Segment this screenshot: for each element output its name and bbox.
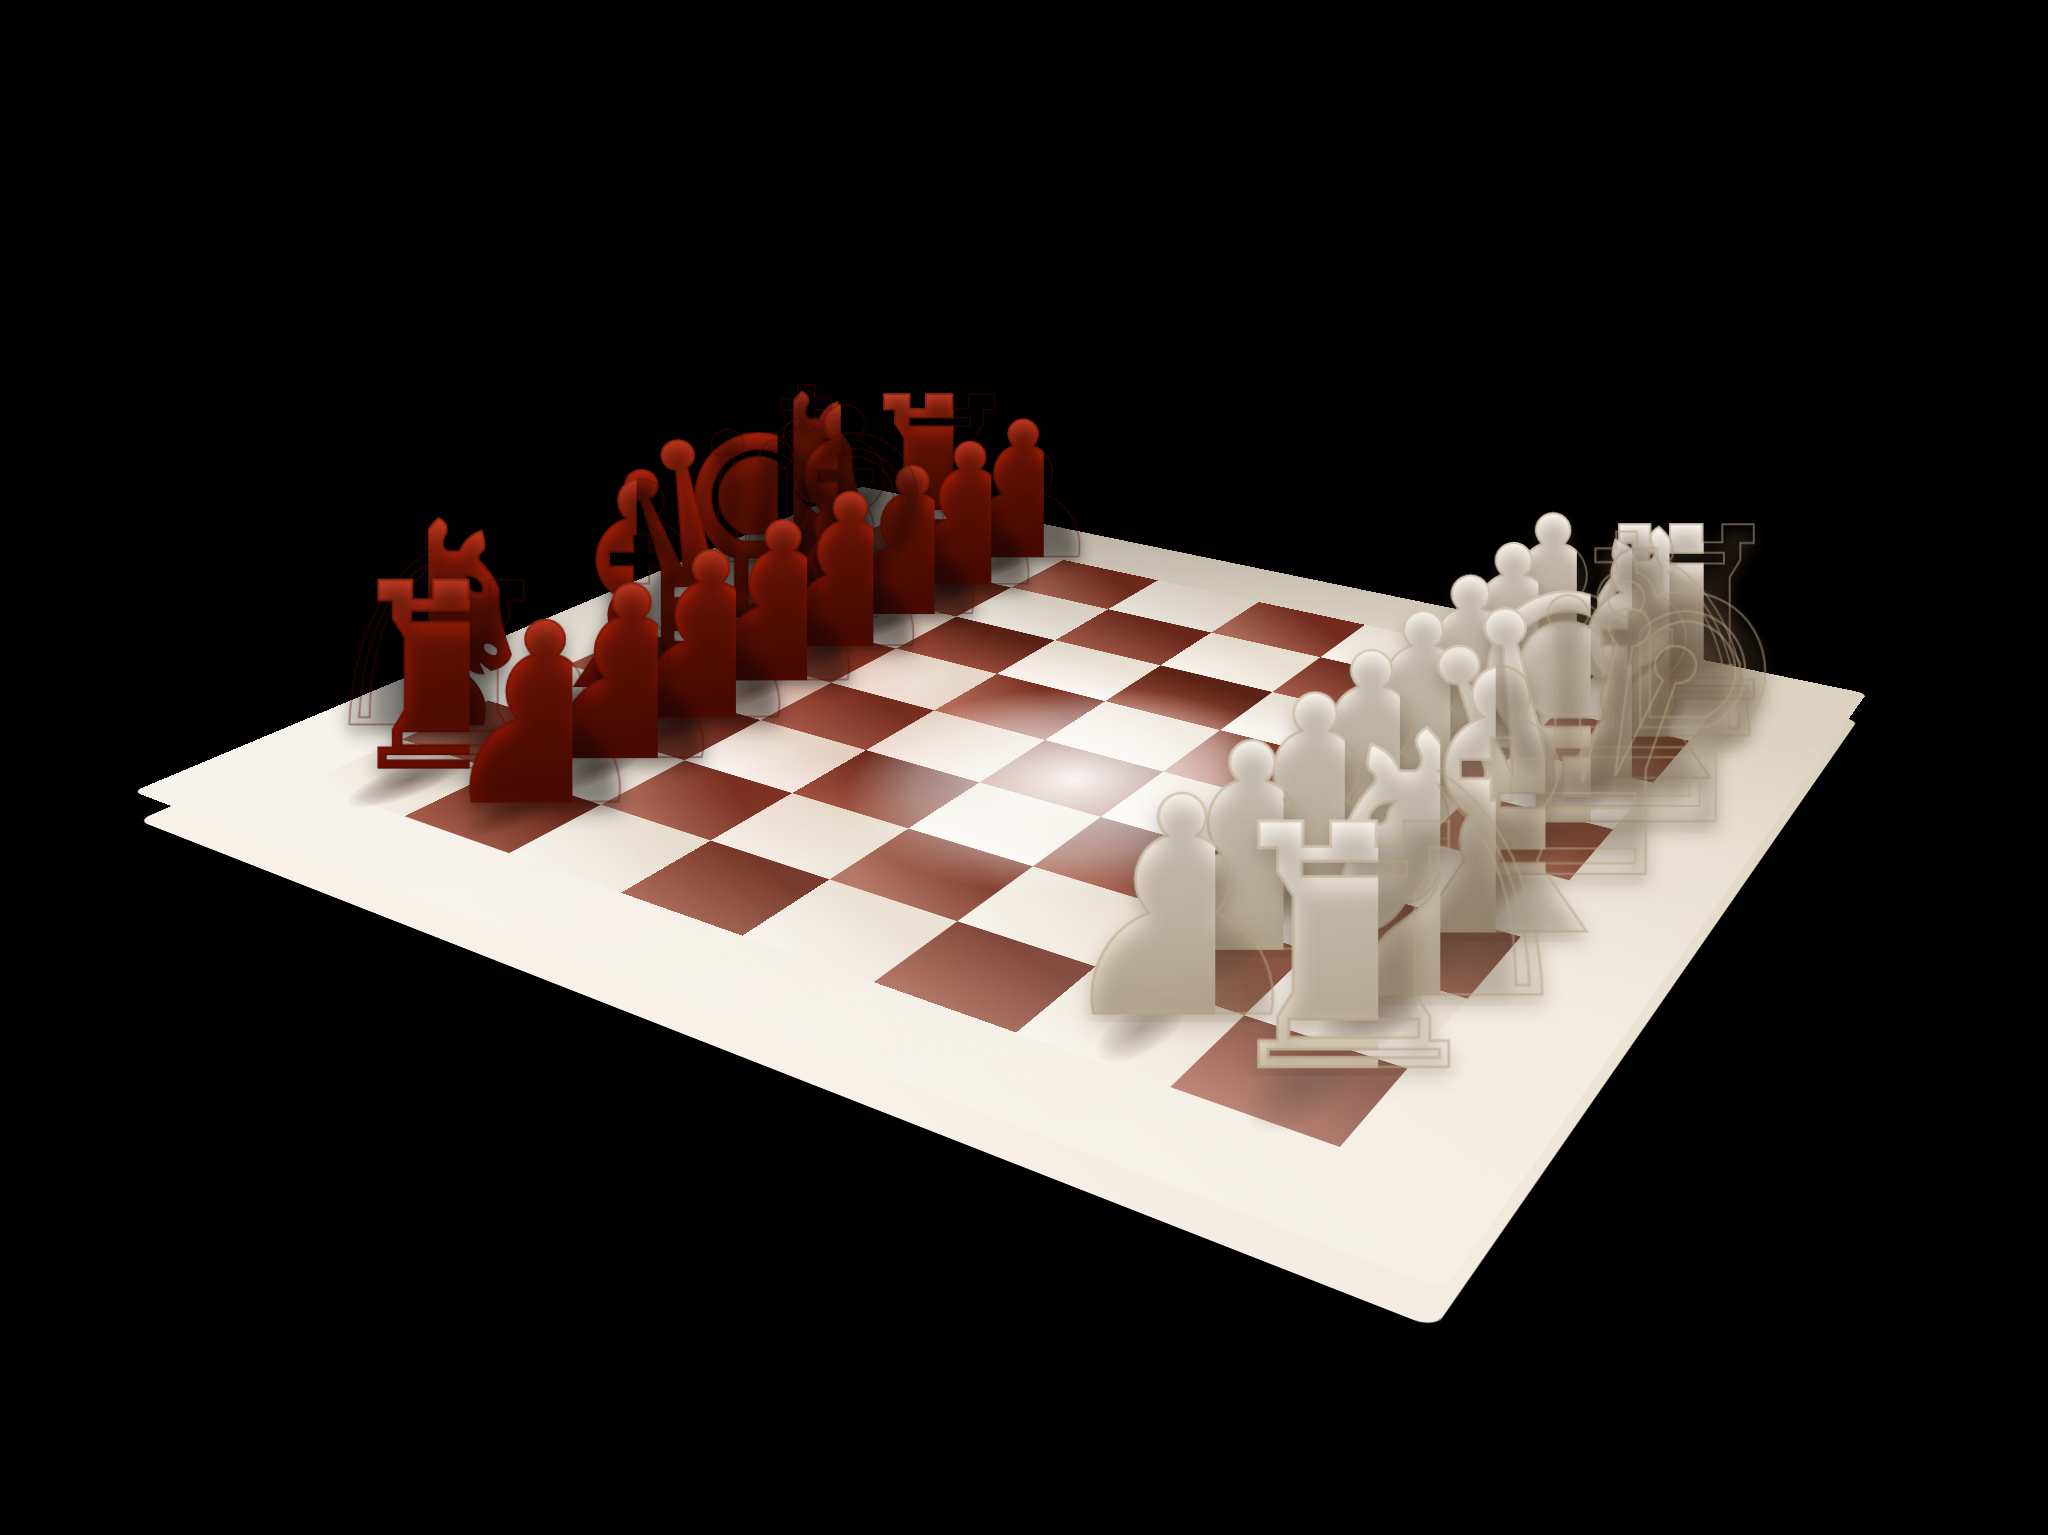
board-surface: ♜♞♝♛♚♝♞♜♟♟♟♟♟♟♟♟♟♟♟♟♟♟♟♟♜♞♝♛♚♝♞♜ (133, 486, 1866, 1291)
chessboard: ♜♞♝♛♚♝♞♜♟♟♟♟♟♟♟♟♟♟♟♟♟♟♟♟♜♞♝♛♚♝♞♜ (133, 486, 1866, 1291)
square-a1[interactable]: ♜ (1171, 1015, 1408, 1147)
red-pawn-a7[interactable]: ♟ (434, 591, 572, 840)
white-rook-a1[interactable]: ♜ (1202, 781, 1377, 1118)
photo-background: ♜♞♝♛♚♝♞♜♟♟♟♟♟♟♟♟♟♟♟♟♟♟♟♟♜♞♝♛♚♝♞♜ (0, 0, 2048, 1535)
board-grid: ♜♞♝♛♚♝♞♜♟♟♟♟♟♟♟♟♟♟♟♟♟♟♟♟♜♞♝♛♚♝♞♜ (307, 522, 1723, 1147)
white-pawn-a2[interactable]: ♟ (1047, 758, 1215, 1060)
